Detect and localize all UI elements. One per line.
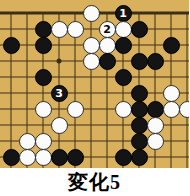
stone-white <box>147 133 164 150</box>
stone-white <box>115 101 132 118</box>
stone-black <box>99 53 116 70</box>
stone-white <box>51 117 68 134</box>
stone-black <box>115 69 132 86</box>
stone-black <box>147 53 164 70</box>
stone-black <box>131 101 148 118</box>
stone-black <box>3 149 20 166</box>
stone-black <box>67 149 84 166</box>
stone-black <box>131 133 148 150</box>
stone-white <box>35 149 52 166</box>
stone-white <box>19 133 36 150</box>
stone-white <box>147 117 164 134</box>
stone-white <box>83 37 100 54</box>
stone-black <box>35 21 52 38</box>
stone-white <box>179 101 190 118</box>
stone-black <box>131 21 148 38</box>
stone-black <box>35 69 52 86</box>
stone-white <box>67 21 84 38</box>
stone-white <box>83 53 100 70</box>
stone-white <box>115 21 132 38</box>
stone-black <box>147 101 164 118</box>
stone-black <box>131 53 148 70</box>
stone-white <box>51 21 68 38</box>
stone-white <box>19 149 36 166</box>
stone-black <box>131 149 148 166</box>
go-board: 123 <box>0 0 189 168</box>
stone-white <box>99 37 116 54</box>
stone-black <box>115 149 132 166</box>
stone-white <box>83 5 100 22</box>
stone-white <box>67 101 84 118</box>
go-diagram: 123 変化5 <box>0 0 189 196</box>
stone-black <box>131 117 148 134</box>
stone-black <box>51 149 68 166</box>
stone-black <box>3 37 20 54</box>
stone-black <box>35 37 52 54</box>
stone-black <box>131 85 148 102</box>
stone-black <box>163 37 180 54</box>
stone-white-move-2: 2 <box>99 21 116 38</box>
stone-white <box>35 101 52 118</box>
stone-white <box>35 133 52 150</box>
diagram-caption: 変化5 <box>68 169 121 196</box>
stone-black-move-1: 1 <box>115 5 132 22</box>
caption-bar: 変化5 <box>0 168 189 196</box>
stone-white <box>163 85 180 102</box>
stone-black-move-3: 3 <box>51 85 68 102</box>
stone-black <box>115 37 132 54</box>
stone-white <box>163 101 180 118</box>
